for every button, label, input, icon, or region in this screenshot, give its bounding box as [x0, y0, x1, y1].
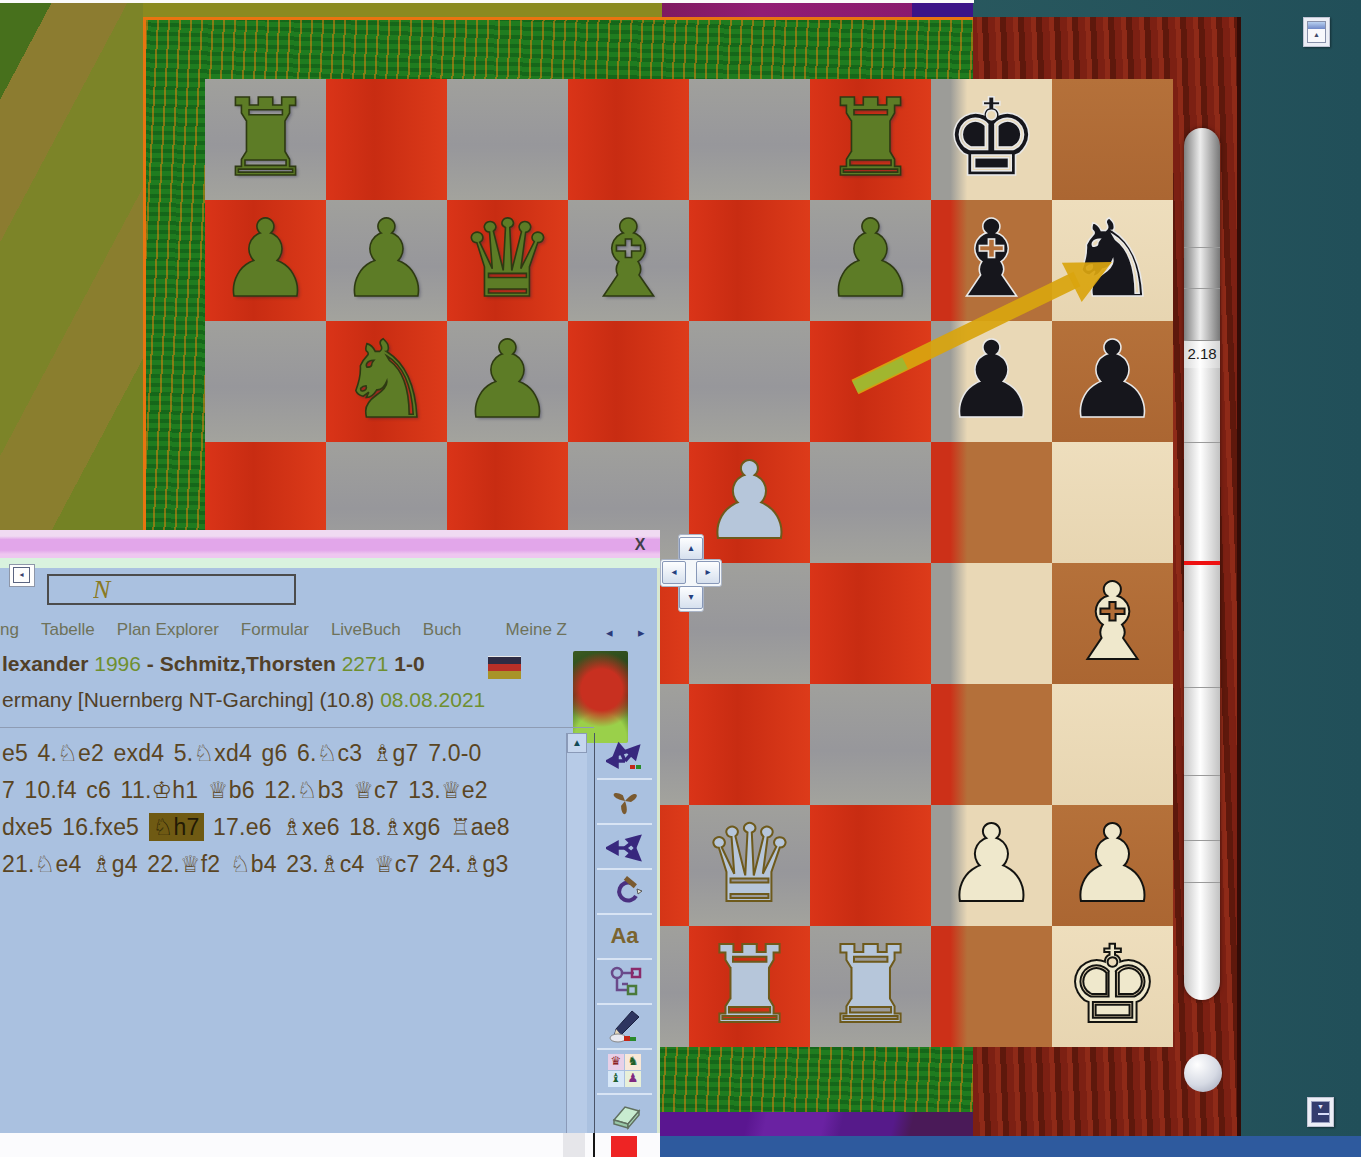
black-knight-h7[interactable]: ♞	[1052, 200, 1173, 321]
draw-pencil-button[interactable]	[597, 1003, 652, 1050]
evaluation-bar-white-section	[1184, 368, 1220, 1000]
event-text: ermany [Nuernberg NT-Garching] (10.8)	[2, 688, 374, 711]
tab-plan-explorer[interactable]: Plan Explorer	[117, 620, 219, 646]
notation-window: X ◂ ngTabellePlan ExplorerFormularLiveBu…	[0, 530, 660, 1157]
search-input[interactable]	[47, 574, 296, 605]
font-size-icon: Aa	[610, 923, 638, 949]
tab-scroll-right-icon[interactable]: ▸	[638, 625, 645, 640]
evaluation-zero-line	[1184, 561, 1220, 565]
white-elo: 1996	[94, 652, 141, 675]
game-result: 1-0	[394, 652, 424, 675]
tab-buch[interactable]: Buch	[423, 620, 462, 646]
black-bishop-g7[interactable]: ♝	[931, 200, 1052, 321]
black-pawn-b7[interactable]: ♟	[326, 200, 447, 321]
move-text[interactable]: 17.e6 ♗xe6 18.♗xg6 ♖ae8	[204, 814, 510, 840]
black-player-name: Schmitz,Thorsten	[160, 652, 336, 675]
unbranch-arrows-button[interactable]	[597, 823, 652, 870]
notation-toolbar: Aa♛♞♝♟	[597, 733, 652, 1138]
square-h8[interactable]	[1052, 79, 1173, 200]
square-e7[interactable]	[689, 200, 810, 321]
black-bishop-d7[interactable]: ♝	[568, 200, 689, 321]
square-h3[interactable]	[1052, 684, 1173, 805]
evaluation-value: 2.18	[1184, 340, 1220, 369]
nav-right-button[interactable]: ▸	[696, 561, 720, 584]
window-title-bar[interactable]	[0, 530, 660, 558]
game-header-players: lexander 1996 - Schmitz,Thorsten 2271 1-…	[2, 652, 425, 676]
tab-meine-z[interactable]: Meine Z	[506, 620, 567, 646]
move-text[interactable]: 21.♘e4 ♗g4 22.♕f2 ♘b4 23.♗c4 ♕c7 24.♗g3	[2, 851, 508, 877]
eval-bar-ball	[1184, 1054, 1222, 1092]
bottom-strip-purple	[660, 1112, 973, 1136]
notation-line-3: dxe5 16.fxe5 ♘h7 17.e6 ♗xe6 18.♗xg6 ♖ae8	[2, 814, 562, 846]
title-bar-accent	[0, 558, 660, 568]
square-c8[interactable]	[447, 79, 568, 200]
scroll-up-button[interactable]: ▲	[567, 733, 587, 753]
players-separator: -	[147, 652, 154, 675]
square-h5[interactable]	[1052, 442, 1173, 563]
tab-tabelle[interactable]: Tabelle	[41, 620, 95, 646]
variation-tree-button[interactable]	[597, 958, 652, 1005]
toolbar-divider	[594, 733, 595, 1138]
square-d6[interactable]	[568, 321, 689, 442]
white-king-h1[interactable]: ♚	[1052, 926, 1173, 1047]
bottom-bar-white	[0, 1133, 660, 1157]
move-text[interactable]: e5 4.♘e2 exd4 5.♘xd4 g6 6.♘c3 ♗g7 7.0-0	[2, 740, 482, 766]
tab-scroll-left-icon[interactable]: ◂	[606, 625, 613, 640]
square-e8[interactable]	[689, 79, 810, 200]
eraser-icon	[607, 1101, 643, 1131]
spiral-button[interactable]	[597, 778, 652, 825]
white-pawn-g2[interactable]: ♟	[931, 805, 1052, 926]
pane-restore-button-bottom[interactable]: ▼	[1307, 1097, 1334, 1127]
square-f2[interactable]	[810, 805, 931, 926]
arrow-up-icon: ▲	[1308, 31, 1325, 38]
black-knight-b6[interactable]: ♞	[326, 321, 447, 442]
white-pawn-h2[interactable]: ♟	[1052, 805, 1173, 926]
top-strip-magenta	[662, 3, 912, 17]
screen: ♜♜♚♟♟♛♝♟♝♞♞♟♟♟♟♝♞♞♝♟♟♟♛♟♟♜♜♚ 2.18 ▴ ◂ ▸ …	[0, 0, 1361, 1157]
current-move[interactable]: ♘h7	[149, 813, 204, 841]
top-strip-indigo	[912, 3, 973, 17]
square-f5[interactable]	[810, 442, 931, 563]
dock-pane-button[interactable]: ◂	[9, 564, 35, 587]
board-navigation-cross: ▴ ◂ ▸ ▾	[660, 534, 720, 610]
move-text[interactable]: dxe5 16.fxe5	[2, 814, 149, 840]
square-e3[interactable]	[689, 684, 810, 805]
black-pawn-c6[interactable]: ♟	[447, 321, 568, 442]
event-date: 08.08.2021	[380, 688, 485, 711]
white-bishop-h4[interactable]: ♝	[1052, 563, 1173, 684]
header-divider	[0, 727, 594, 728]
piece-set-icon: ♛♞♝♟	[608, 1054, 641, 1087]
square-e6[interactable]	[689, 321, 810, 442]
branch-arrows-button[interactable]	[597, 733, 652, 780]
notation-scrollbar[interactable]: ▲	[566, 733, 587, 1133]
black-pawn-g6[interactable]: ♟	[931, 321, 1052, 442]
square-f6[interactable]	[810, 321, 931, 442]
square-f3[interactable]	[810, 684, 931, 805]
black-queen-c7[interactable]: ♛	[447, 200, 568, 321]
black-rook-f8[interactable]: ♜	[810, 79, 931, 200]
piece-set-button[interactable]: ♛♞♝♟	[597, 1048, 652, 1095]
move-text[interactable]: 7 10.f4 c6 11.♔h1 ♕b6 12.♘b3 ♕c7 13.♕e2	[2, 777, 488, 803]
black-king-g8[interactable]: ♚	[931, 79, 1052, 200]
square-b8[interactable]	[326, 79, 447, 200]
black-elo: 2271	[342, 652, 389, 675]
nav-down-button[interactable]: ▾	[679, 586, 703, 609]
square-g5[interactable]	[931, 442, 1052, 563]
square-g4[interactable]	[931, 563, 1052, 684]
font-size-button[interactable]: Aa	[597, 913, 652, 960]
branch-arrows-icon	[606, 740, 644, 772]
annotate-hook-icon	[608, 874, 642, 908]
tab-ng[interactable]: ng	[0, 620, 19, 646]
draw-pencil-icon	[608, 1009, 642, 1043]
square-g3[interactable]	[931, 684, 1052, 805]
nav-up-button[interactable]: ▴	[679, 537, 703, 560]
game-header-event: ermany [Nuernberg NT-Garching] (10.8) 08…	[2, 688, 485, 712]
arrow-down-icon: ▼	[1312, 1103, 1329, 1110]
white-rook-f1[interactable]: ♜	[810, 926, 931, 1047]
bottom-bar-divider	[593, 1133, 595, 1157]
tab-livebuch[interactable]: LiveBuch	[331, 620, 401, 646]
notation-line-4: 21.♘e4 ♗g4 22.♕f2 ♘b4 23.♗c4 ♕c7 24.♗g3	[2, 851, 562, 883]
pane-restore-button-top[interactable]: ▲	[1303, 17, 1330, 47]
unbranch-arrows-icon	[606, 830, 644, 862]
black-rook-a8[interactable]: ♜	[205, 79, 326, 200]
square-g1[interactable]	[931, 926, 1052, 1047]
black-pawn-h6[interactable]: ♟	[1052, 321, 1173, 442]
tab-formular[interactable]: Formular	[241, 620, 309, 646]
square-f4[interactable]	[810, 563, 931, 684]
white-queen-e2[interactable]: ♛	[689, 805, 810, 926]
annotate-hook-button[interactable]	[597, 868, 652, 915]
bottom-bar-gray-segment	[563, 1133, 585, 1157]
spiral-icon	[608, 784, 642, 818]
square-d8[interactable]	[568, 79, 689, 200]
color-swatch-red[interactable]	[611, 1136, 637, 1157]
germany-flag-icon	[488, 656, 521, 679]
tab-bar: ngTabellePlan ExplorerFormularLiveBuchBu…	[0, 620, 596, 646]
bottom-bar-blue	[660, 1136, 1361, 1157]
black-pawn-a7[interactable]: ♟	[205, 200, 326, 321]
top-strip-olive	[143, 3, 662, 17]
evaluation-bar-black-section	[1184, 128, 1220, 340]
evaluation-bar: 2.18	[1184, 128, 1220, 1000]
dock-icon: ◂	[13, 567, 30, 583]
nav-left-button[interactable]: ◂	[662, 561, 686, 584]
player-photo	[573, 651, 628, 743]
notation-line-1: e5 4.♘e2 exd4 5.♘xd4 g6 6.♘c3 ♗g7 7.0-0	[2, 740, 562, 772]
variation-tree-icon	[608, 964, 642, 998]
square-a6[interactable]	[205, 321, 326, 442]
close-icon[interactable]: X	[631, 536, 649, 554]
black-pawn-f7[interactable]: ♟	[810, 200, 931, 321]
notation-line-2: 7 10.f4 c6 11.♔h1 ♕b6 12.♘b3 ♕c7 13.♕e2	[2, 777, 562, 809]
white-player-name: lexander	[2, 652, 88, 675]
white-rook-e1[interactable]: ♜	[689, 926, 810, 1047]
